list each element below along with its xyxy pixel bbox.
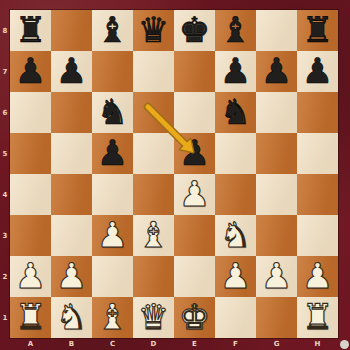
square-b6[interactable] — [51, 92, 92, 133]
square-a6[interactable] — [10, 92, 51, 133]
piece-black-bishop[interactable]: ♝ — [220, 10, 251, 51]
square-c8[interactable]: ♝ — [92, 10, 133, 51]
square-b5[interactable] — [51, 133, 92, 174]
square-a1[interactable]: ♜ — [10, 297, 51, 338]
square-d3[interactable]: ♝ — [133, 215, 174, 256]
square-e5[interactable]: ♟ — [174, 133, 215, 174]
square-g3[interactable] — [256, 215, 297, 256]
chess-board[interactable]: ♜♝♛♚♝♜♟♟♟♟♟♞♞♟♟♟♟♝♞♟♟♟♟♟♜♞♝♛♚♜ — [10, 10, 338, 338]
piece-black-pawn[interactable]: ♟ — [97, 133, 128, 174]
file-label-b: B — [51, 337, 92, 350]
square-f7[interactable]: ♟ — [215, 51, 256, 92]
square-d4[interactable] — [133, 174, 174, 215]
square-d5[interactable] — [133, 133, 174, 174]
square-e7[interactable] — [174, 51, 215, 92]
square-g7[interactable]: ♟ — [256, 51, 297, 92]
square-b2[interactable]: ♟ — [51, 256, 92, 297]
rank-label-3: 3 — [0, 215, 10, 256]
square-a4[interactable] — [10, 174, 51, 215]
file-labels: ABCDEFGH — [10, 337, 338, 350]
square-g1[interactable] — [256, 297, 297, 338]
square-g8[interactable] — [256, 10, 297, 51]
piece-white-bishop[interactable]: ♝ — [97, 297, 128, 338]
piece-black-pawn[interactable]: ♟ — [179, 133, 210, 174]
square-a2[interactable]: ♟ — [10, 256, 51, 297]
square-h2[interactable]: ♟ — [297, 256, 338, 297]
square-c3[interactable]: ♟ — [92, 215, 133, 256]
corner-dot — [340, 340, 349, 349]
chess-diagram-frame: ♜♝♛♚♝♜♟♟♟♟♟♞♞♟♟♟♟♝♞♟♟♟♟♟♜♞♝♛♚♜ 87654321 … — [0, 0, 350, 350]
square-h4[interactable] — [297, 174, 338, 215]
piece-white-pawn[interactable]: ♟ — [179, 174, 210, 215]
square-e1[interactable]: ♚ — [174, 297, 215, 338]
square-f1[interactable] — [215, 297, 256, 338]
file-label-a: A — [10, 337, 51, 350]
square-c4[interactable] — [92, 174, 133, 215]
square-b7[interactable]: ♟ — [51, 51, 92, 92]
square-h1[interactable]: ♜ — [297, 297, 338, 338]
piece-black-pawn[interactable]: ♟ — [261, 51, 292, 92]
square-b4[interactable] — [51, 174, 92, 215]
square-d6[interactable] — [133, 92, 174, 133]
piece-black-pawn[interactable]: ♟ — [302, 51, 333, 92]
piece-white-bishop[interactable]: ♝ — [138, 215, 169, 256]
square-d7[interactable] — [133, 51, 174, 92]
square-b1[interactable]: ♞ — [51, 297, 92, 338]
square-f2[interactable]: ♟ — [215, 256, 256, 297]
file-label-e: E — [174, 337, 215, 350]
piece-white-pawn[interactable]: ♟ — [302, 256, 333, 297]
square-f3[interactable]: ♞ — [215, 215, 256, 256]
rank-label-8: 8 — [0, 10, 10, 51]
rank-label-1: 1 — [0, 297, 10, 338]
piece-white-pawn[interactable]: ♟ — [15, 256, 46, 297]
square-g5[interactable] — [256, 133, 297, 174]
piece-black-knight[interactable]: ♞ — [97, 92, 128, 133]
piece-white-queen[interactable]: ♛ — [138, 297, 169, 338]
square-e4[interactable]: ♟ — [174, 174, 215, 215]
piece-black-knight[interactable]: ♞ — [220, 92, 251, 133]
square-d8[interactable]: ♛ — [133, 10, 174, 51]
square-a7[interactable]: ♟ — [10, 51, 51, 92]
piece-white-rook[interactable]: ♜ — [15, 297, 46, 338]
square-e8[interactable]: ♚ — [174, 10, 215, 51]
piece-black-pawn[interactable]: ♟ — [15, 51, 46, 92]
piece-black-bishop[interactable]: ♝ — [97, 10, 128, 51]
piece-black-pawn[interactable]: ♟ — [220, 51, 251, 92]
rank-labels: 87654321 — [0, 10, 10, 338]
square-f5[interactable] — [215, 133, 256, 174]
square-a8[interactable]: ♜ — [10, 10, 51, 51]
square-f6[interactable]: ♞ — [215, 92, 256, 133]
file-label-g: G — [256, 337, 297, 350]
piece-black-king[interactable]: ♚ — [179, 10, 210, 51]
square-d1[interactable]: ♛ — [133, 297, 174, 338]
square-c5[interactable]: ♟ — [92, 133, 133, 174]
square-c1[interactable]: ♝ — [92, 297, 133, 338]
file-label-h: H — [297, 337, 338, 350]
rank-label-6: 6 — [0, 92, 10, 133]
piece-black-pawn[interactable]: ♟ — [56, 51, 87, 92]
square-g2[interactable]: ♟ — [256, 256, 297, 297]
piece-white-pawn[interactable]: ♟ — [261, 256, 292, 297]
square-h7[interactable]: ♟ — [297, 51, 338, 92]
rank-label-2: 2 — [0, 256, 10, 297]
rank-label-4: 4 — [0, 174, 10, 215]
square-h6[interactable] — [297, 92, 338, 133]
square-c2[interactable] — [92, 256, 133, 297]
square-f4[interactable] — [215, 174, 256, 215]
rank-label-5: 5 — [0, 133, 10, 174]
square-b3[interactable] — [51, 215, 92, 256]
square-g4[interactable] — [256, 174, 297, 215]
piece-white-pawn[interactable]: ♟ — [220, 256, 251, 297]
piece-black-rook[interactable]: ♜ — [15, 10, 46, 51]
square-e6[interactable] — [174, 92, 215, 133]
file-label-d: D — [133, 337, 174, 350]
piece-white-knight[interactable]: ♞ — [56, 297, 87, 338]
square-d2[interactable] — [133, 256, 174, 297]
square-h8[interactable]: ♜ — [297, 10, 338, 51]
file-label-c: C — [92, 337, 133, 350]
square-b8[interactable] — [51, 10, 92, 51]
square-e3[interactable] — [174, 215, 215, 256]
piece-white-knight[interactable]: ♞ — [220, 215, 251, 256]
piece-white-pawn[interactable]: ♟ — [97, 215, 128, 256]
square-a5[interactable] — [10, 133, 51, 174]
square-e2[interactable] — [174, 256, 215, 297]
square-h5[interactable] — [297, 133, 338, 174]
rank-label-7: 7 — [0, 51, 10, 92]
piece-white-king[interactable]: ♚ — [179, 297, 210, 338]
piece-white-rook[interactable]: ♜ — [302, 297, 333, 338]
square-g6[interactable] — [256, 92, 297, 133]
file-label-f: F — [215, 337, 256, 350]
piece-white-pawn[interactable]: ♟ — [56, 256, 87, 297]
square-f8[interactable]: ♝ — [215, 10, 256, 51]
square-h3[interactable] — [297, 215, 338, 256]
square-c6[interactable]: ♞ — [92, 92, 133, 133]
piece-black-queen[interactable]: ♛ — [138, 10, 169, 51]
piece-black-rook[interactable]: ♜ — [302, 10, 333, 51]
square-c7[interactable] — [92, 51, 133, 92]
square-a3[interactable] — [10, 215, 51, 256]
